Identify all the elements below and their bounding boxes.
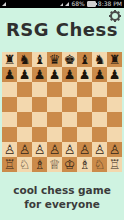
square-a4[interactable] [2, 112, 17, 127]
square-f1[interactable]: ♗ [77, 157, 92, 172]
square-g3[interactable] [92, 127, 107, 142]
square-a7[interactable]: ♟ [2, 67, 17, 82]
black-pawn-icon: ♟ [47, 67, 62, 82]
white-pawn-icon: ♙ [77, 142, 92, 157]
square-h4[interactable] [107, 112, 122, 127]
square-f4[interactable] [77, 112, 92, 127]
chess-board: ♜♞♝♛♚♝♞♜♟♟♟♟♟♟♟♟♙♙♙♙♙♙♙♙♖♘♗♕♔♗♘♖ [2, 52, 122, 172]
black-pawn-icon: ♟ [62, 67, 77, 82]
white-pawn-icon: ♙ [2, 142, 17, 157]
square-c5[interactable] [32, 97, 47, 112]
square-a6[interactable] [2, 82, 17, 97]
square-b5[interactable] [17, 97, 32, 112]
square-b8[interactable]: ♞ [17, 52, 32, 67]
black-rook-icon: ♜ [107, 52, 122, 67]
square-c8[interactable]: ♝ [32, 52, 47, 67]
clock-text: 8:38 PM [98, 0, 122, 8]
white-rook-icon: ♖ [2, 157, 17, 172]
square-f7[interactable]: ♟ [77, 67, 92, 82]
app-screen: 68% 8:38 PM RSG Chess ♜♞♝♛♚♝♞♜♟♟♟♟♟♟♟♟♙♙… [0, 0, 124, 220]
square-h3[interactable] [107, 127, 122, 142]
square-e5[interactable] [62, 97, 77, 112]
square-e8[interactable]: ♚ [62, 52, 77, 67]
square-a2[interactable]: ♙ [2, 142, 17, 157]
square-g7[interactable]: ♟ [92, 67, 107, 82]
black-queen-icon: ♛ [47, 52, 62, 67]
square-g4[interactable] [92, 112, 107, 127]
square-d6[interactable] [47, 82, 62, 97]
black-pawn-icon: ♟ [2, 67, 17, 82]
square-a8[interactable]: ♜ [2, 52, 17, 67]
square-f5[interactable] [77, 97, 92, 112]
square-b6[interactable] [17, 82, 32, 97]
black-pawn-icon: ♟ [92, 67, 107, 82]
white-bishop-icon: ♗ [77, 157, 92, 172]
square-g2[interactable]: ♙ [92, 142, 107, 157]
square-e6[interactable] [62, 82, 77, 97]
black-knight-icon: ♞ [92, 52, 107, 67]
white-pawn-icon: ♙ [62, 142, 77, 157]
status-bar: 68% 8:38 PM [0, 0, 124, 8]
white-pawn-icon: ♙ [47, 142, 62, 157]
square-h6[interactable] [107, 82, 122, 97]
square-e1[interactable]: ♔ [62, 157, 77, 172]
square-c3[interactable] [32, 127, 47, 142]
white-knight-icon: ♘ [17, 157, 32, 172]
square-d8[interactable]: ♛ [47, 52, 62, 67]
square-h2[interactable]: ♙ [107, 142, 122, 157]
white-queen-icon: ♕ [47, 157, 62, 172]
square-g6[interactable] [92, 82, 107, 97]
black-rook-icon: ♜ [2, 52, 17, 67]
square-c2[interactable]: ♙ [32, 142, 47, 157]
square-d2[interactable]: ♙ [47, 142, 62, 157]
square-b3[interactable] [17, 127, 32, 142]
square-g5[interactable] [92, 97, 107, 112]
gear-ring [110, 11, 120, 21]
caption-text: cool chess game for everyone [10, 184, 114, 211]
white-king-icon: ♔ [62, 157, 77, 172]
black-knight-icon: ♞ [17, 52, 32, 67]
settings-gear-icon[interactable] [109, 10, 121, 22]
white-knight-icon: ♘ [92, 157, 107, 172]
white-bishop-icon: ♗ [32, 157, 47, 172]
square-d5[interactable] [47, 97, 62, 112]
black-pawn-icon: ♟ [17, 67, 32, 82]
square-f3[interactable] [77, 127, 92, 142]
black-pawn-icon: ♟ [32, 67, 47, 82]
white-pawn-icon: ♙ [32, 142, 47, 157]
cell-signal-icon [65, 2, 69, 6]
square-a1[interactable]: ♖ [2, 157, 17, 172]
square-g8[interactable]: ♞ [92, 52, 107, 67]
square-d4[interactable] [47, 112, 62, 127]
square-h7[interactable]: ♟ [107, 67, 122, 82]
square-a5[interactable] [2, 97, 17, 112]
white-rook-icon: ♖ [107, 157, 122, 172]
white-pawn-icon: ♙ [107, 142, 122, 157]
square-f6[interactable] [77, 82, 92, 97]
square-d7[interactable]: ♟ [47, 67, 62, 82]
square-h1[interactable]: ♖ [107, 157, 122, 172]
square-f8[interactable]: ♝ [77, 52, 92, 67]
header: RSG Chess [0, 8, 124, 52]
app-title: RSG Chess [0, 8, 124, 41]
battery-icon [87, 1, 96, 7]
black-king-icon: ♚ [62, 52, 77, 67]
square-d3[interactable] [47, 127, 62, 142]
square-b1[interactable]: ♘ [17, 157, 32, 172]
white-pawn-icon: ♙ [17, 142, 32, 157]
square-e4[interactable] [62, 112, 77, 127]
square-a3[interactable] [2, 127, 17, 142]
square-f2[interactable]: ♙ [77, 142, 92, 157]
square-e2[interactable]: ♙ [62, 142, 77, 157]
square-c1[interactable]: ♗ [32, 157, 47, 172]
square-c7[interactable]: ♟ [32, 67, 47, 82]
signal-icon [2, 2, 6, 6]
square-d1[interactable]: ♕ [47, 157, 62, 172]
status-bar-left [2, 2, 6, 6]
square-e3[interactable] [62, 127, 77, 142]
wifi-icon [60, 3, 63, 6]
square-c4[interactable] [32, 112, 47, 127]
status-bar-right: 68% 8:38 PM [60, 0, 122, 8]
square-b2[interactable]: ♙ [17, 142, 32, 157]
square-c6[interactable] [32, 82, 47, 97]
white-pawn-icon: ♙ [92, 142, 107, 157]
square-e7[interactable]: ♟ [62, 67, 77, 82]
black-pawn-icon: ♟ [77, 67, 92, 82]
black-bishop-icon: ♝ [32, 52, 47, 67]
square-b4[interactable] [17, 112, 32, 127]
square-b7[interactable]: ♟ [17, 67, 32, 82]
black-bishop-icon: ♝ [77, 52, 92, 67]
square-h5[interactable] [107, 97, 122, 112]
battery-percent: 68% [71, 0, 84, 8]
square-h8[interactable]: ♜ [107, 52, 122, 67]
square-g1[interactable]: ♘ [92, 157, 107, 172]
black-pawn-icon: ♟ [107, 67, 122, 82]
